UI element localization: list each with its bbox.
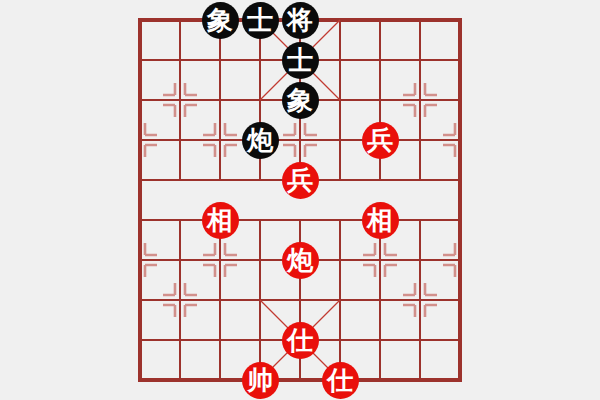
- red-soldier[interactable]: 兵: [362, 122, 399, 159]
- black-advisor[interactable]: 士: [282, 42, 319, 79]
- black-general[interactable]: 将: [282, 2, 319, 39]
- black-advisor[interactable]: 士: [242, 2, 279, 39]
- red-elephant[interactable]: 相: [202, 202, 239, 239]
- xiangqi-board: 象士将士象炮兵兵相相炮仕帅仕: [0, 0, 600, 400]
- red-elephant[interactable]: 相: [362, 202, 399, 239]
- black-elephant[interactable]: 象: [282, 82, 319, 119]
- red-advisor[interactable]: 仕: [282, 322, 319, 359]
- red-advisor[interactable]: 仕: [322, 362, 359, 399]
- red-soldier[interactable]: 兵: [282, 162, 319, 199]
- red-general[interactable]: 帅: [242, 362, 279, 399]
- red-cannon[interactable]: 炮: [282, 242, 319, 279]
- black-cannon[interactable]: 炮: [242, 122, 279, 159]
- black-elephant[interactable]: 象: [202, 2, 239, 39]
